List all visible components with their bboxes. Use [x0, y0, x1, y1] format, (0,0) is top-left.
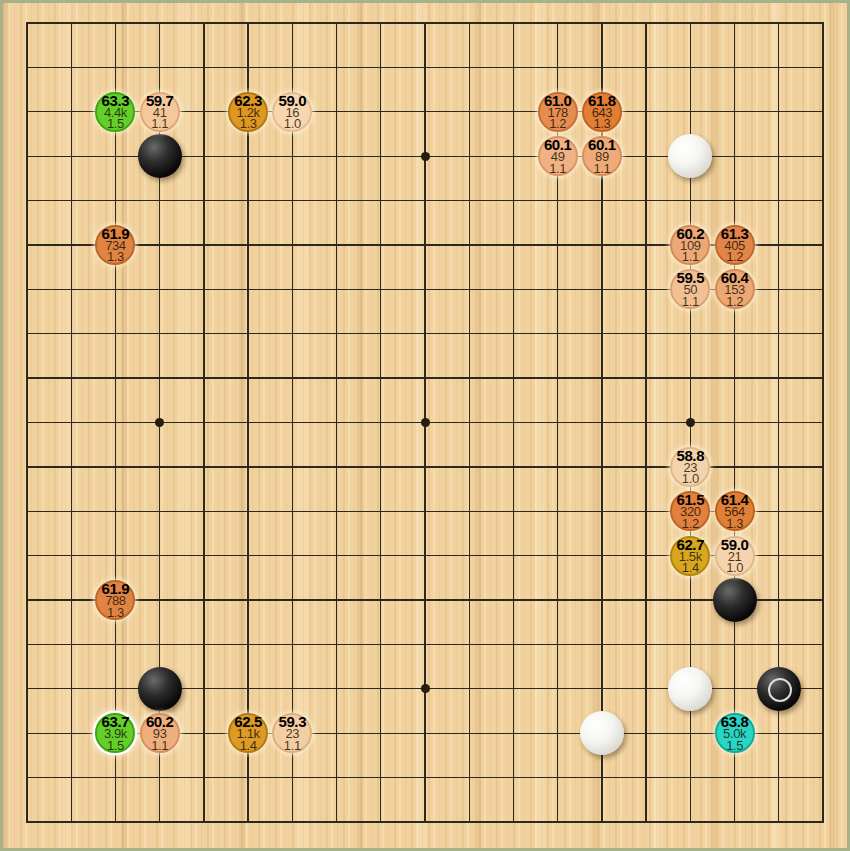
grid-line-vertical — [292, 22, 293, 823]
analysis-move-C3[interactable]: 63.73.9k1.5 — [95, 713, 135, 753]
grid-line-horizontal — [26, 22, 824, 24]
move-score: 1.1 — [151, 118, 168, 130]
go-analysis-screen: 63.34.4k1.559.7411.162.31.2k1.359.0161.0… — [0, 0, 850, 851]
move-score: 1.3 — [240, 118, 257, 130]
grid-line-horizontal — [26, 777, 824, 778]
grid-line-vertical — [645, 22, 646, 823]
star-point — [155, 418, 164, 427]
analysis-move-G3[interactable]: 59.3231.1 — [272, 713, 312, 753]
analysis-move-O17[interactable]: 61.86431.3 — [582, 92, 622, 132]
move-score: 1.3 — [593, 118, 610, 130]
grid-line-vertical — [380, 22, 381, 823]
grid-line-vertical — [336, 22, 337, 823]
grid-line-horizontal — [26, 377, 824, 378]
move-score: 1.2 — [549, 118, 566, 130]
analysis-move-G17[interactable]: 59.0161.0 — [272, 92, 312, 132]
grid-line-vertical — [203, 22, 204, 823]
analysis-move-R3[interactable]: 63.85.0k1.5 — [715, 713, 755, 753]
white-stone-Q16 — [668, 134, 712, 178]
grid-line-horizontal — [26, 599, 824, 600]
move-score: 1.2 — [682, 518, 699, 530]
black-stone-R6 — [713, 578, 757, 622]
grid-line-horizontal — [26, 200, 824, 201]
grid-line-horizontal — [26, 644, 824, 645]
last-move-marker — [768, 678, 792, 702]
grid-line-vertical — [26, 22, 28, 823]
move-score: 1.5 — [107, 118, 124, 130]
analysis-move-D17[interactable]: 59.7411.1 — [140, 92, 180, 132]
analysis-move-C14[interactable]: 61.97341.3 — [95, 225, 135, 265]
board-overlay[interactable]: 63.34.4k1.559.7411.162.31.2k1.359.0161.0… — [0, 0, 850, 851]
analysis-move-Q13[interactable]: 59.5501.1 — [670, 269, 710, 309]
grid-line-vertical — [734, 22, 735, 823]
move-score: 1.1 — [682, 296, 699, 308]
analysis-move-Q7[interactable]: 62.71.5k1.4 — [670, 536, 710, 576]
white-stone-O3 — [580, 711, 624, 755]
star-point — [421, 684, 430, 693]
move-score: 1.2 — [726, 251, 743, 263]
analysis-move-C6[interactable]: 61.97881.3 — [95, 580, 135, 620]
analysis-move-D3[interactable]: 60.2931.1 — [140, 713, 180, 753]
star-point — [421, 418, 430, 427]
move-score: 1.5 — [107, 740, 124, 752]
move-score: 1.3 — [726, 518, 743, 530]
move-score: 1.1 — [151, 740, 168, 752]
analysis-move-R7[interactable]: 59.0211.0 — [715, 536, 755, 576]
analysis-move-C17[interactable]: 63.34.4k1.5 — [95, 92, 135, 132]
analysis-move-R14[interactable]: 61.34051.2 — [715, 225, 755, 265]
grid-line-horizontal — [26, 67, 824, 68]
grid-line-horizontal — [26, 821, 824, 823]
grid-line-horizontal — [26, 422, 824, 423]
analysis-move-R8[interactable]: 61.45641.3 — [715, 491, 755, 531]
move-score: 1.3 — [107, 251, 124, 263]
analysis-move-F17[interactable]: 62.31.2k1.3 — [228, 92, 268, 132]
move-score: 1.3 — [107, 607, 124, 619]
analysis-move-N17[interactable]: 61.01781.2 — [538, 92, 578, 132]
move-score: 1.1 — [682, 251, 699, 263]
move-score: 1.0 — [284, 118, 301, 130]
analysis-move-Q9[interactable]: 58.8231.0 — [670, 447, 710, 487]
grid-line-vertical — [247, 22, 248, 823]
black-stone-D4 — [138, 667, 182, 711]
star-point — [421, 152, 430, 161]
move-score: 1.4 — [682, 562, 699, 574]
move-score: 1.0 — [682, 473, 699, 485]
analysis-move-Q8[interactable]: 61.53201.2 — [670, 491, 710, 531]
analysis-move-Q14[interactable]: 60.21091.1 — [670, 225, 710, 265]
star-point — [686, 418, 695, 427]
black-stone-S4 — [757, 667, 801, 711]
move-score: 1.1 — [549, 163, 566, 175]
move-score: 1.1 — [284, 740, 301, 752]
grid-line-vertical — [424, 22, 425, 823]
analysis-move-N16[interactable]: 60.1491.1 — [538, 136, 578, 176]
analysis-move-F3[interactable]: 62.51.1k1.4 — [228, 713, 268, 753]
analysis-move-O16[interactable]: 60.1891.1 — [582, 136, 622, 176]
black-stone-D16 — [138, 134, 182, 178]
move-score: 1.2 — [726, 296, 743, 308]
move-score: 1.1 — [593, 163, 610, 175]
white-stone-Q4 — [668, 667, 712, 711]
analysis-move-R13[interactable]: 60.41531.2 — [715, 269, 755, 309]
grid-line-vertical — [71, 22, 72, 823]
grid-line-vertical — [822, 22, 824, 823]
move-score: 1.5 — [726, 740, 743, 752]
grid-line-vertical — [469, 22, 470, 823]
grid-line-vertical — [513, 22, 514, 823]
grid-line-horizontal — [26, 333, 824, 334]
grid-line-vertical — [115, 22, 116, 823]
move-score: 1.4 — [240, 740, 257, 752]
move-score: 1.0 — [726, 562, 743, 574]
